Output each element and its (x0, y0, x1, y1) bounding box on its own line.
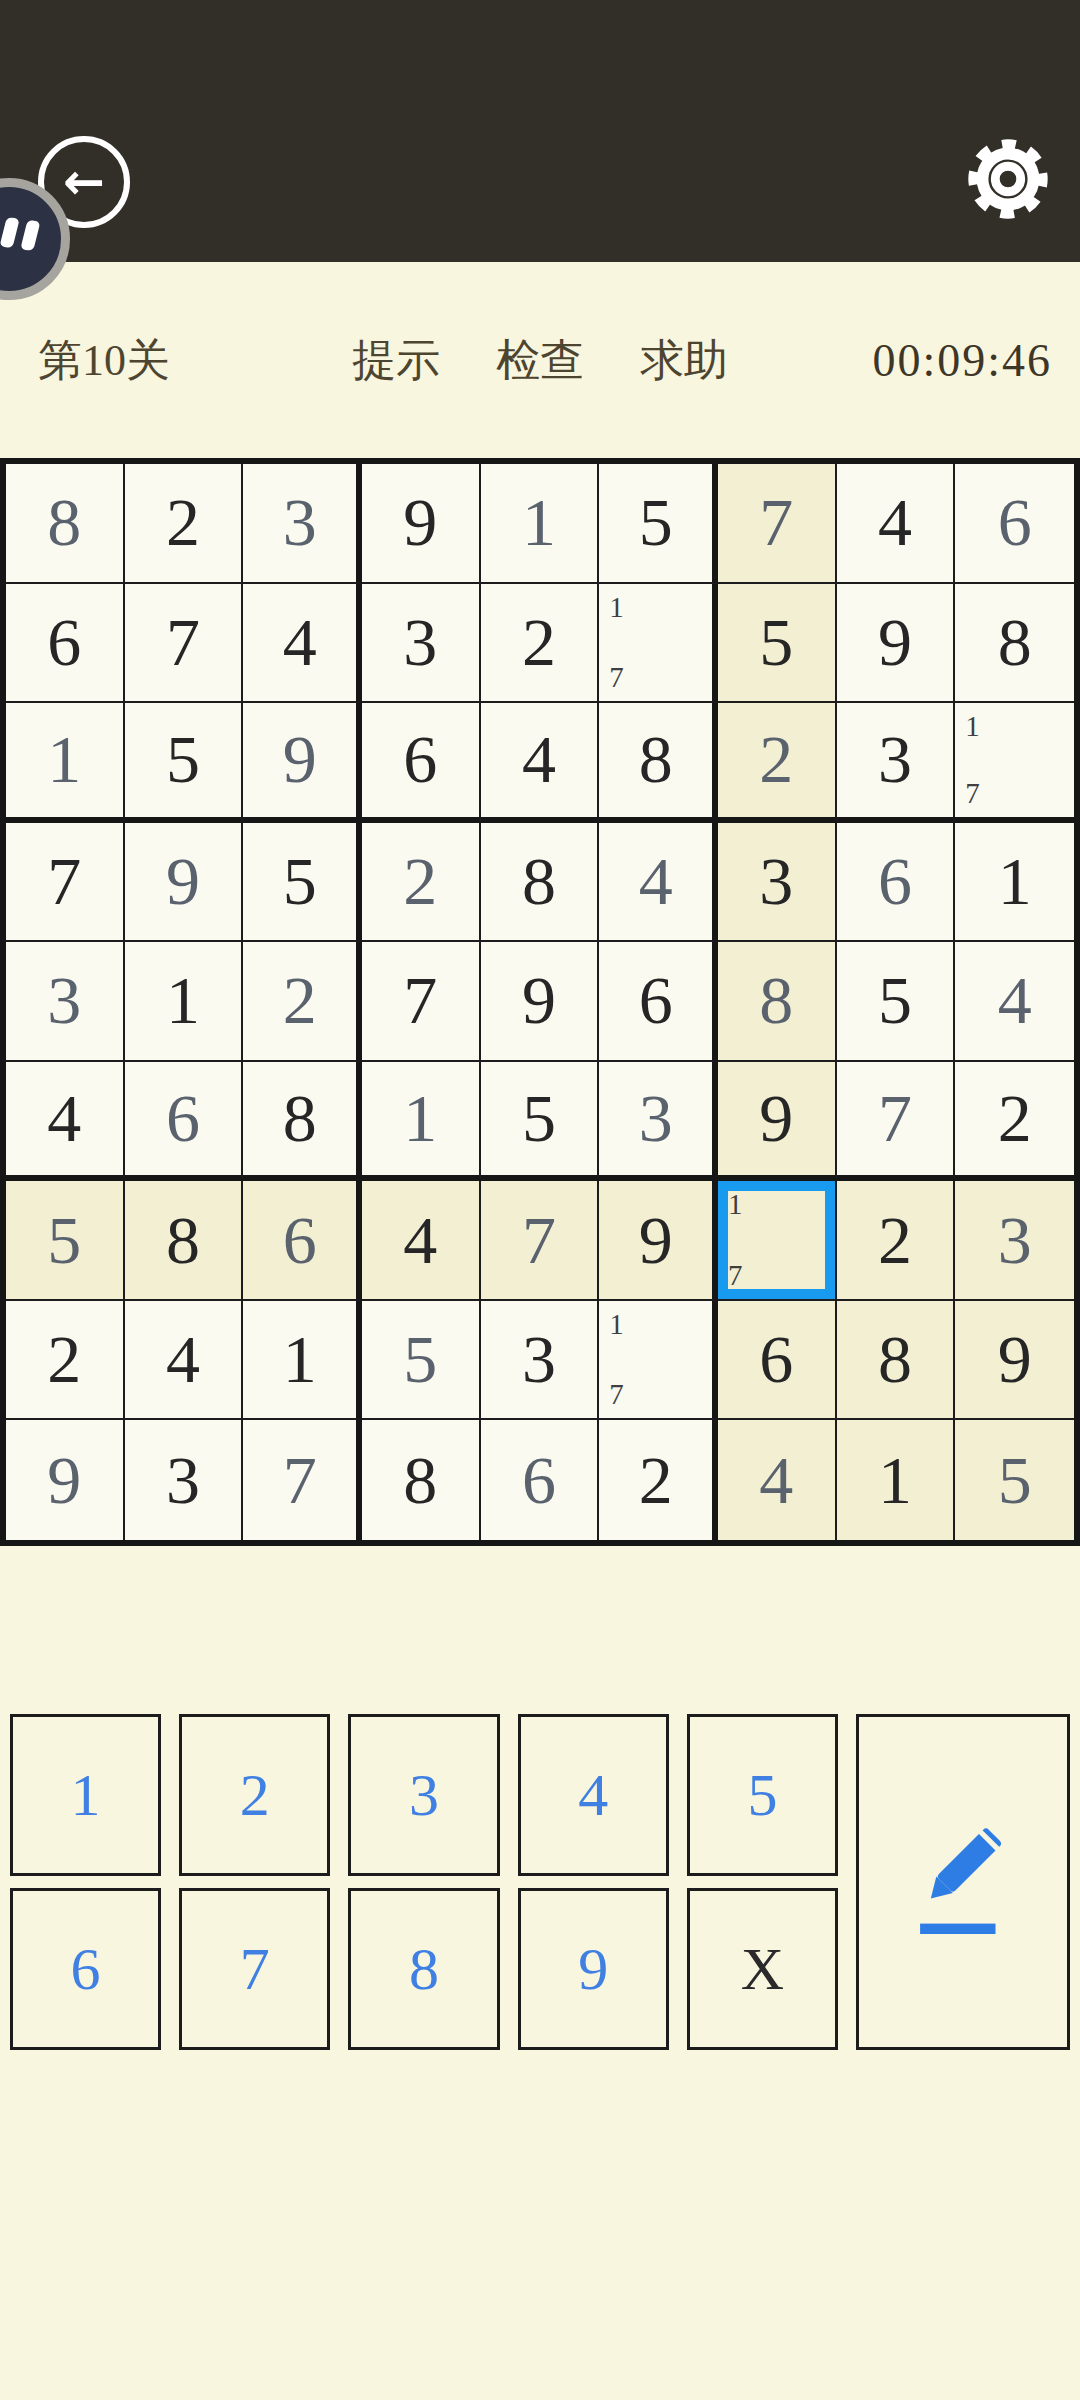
cell-r1c1[interactable]: 8 (6, 464, 125, 584)
cell-r1c6[interactable]: 5 (599, 464, 718, 584)
numpad-key-2[interactable]: 2 (179, 1714, 330, 1876)
settings-gear-icon[interactable] (959, 130, 1057, 228)
cell-r8c9[interactable]: 9 (955, 1301, 1074, 1421)
cell-r2c2[interactable]: 7 (125, 584, 244, 704)
cell-r9c3[interactable]: 7 (243, 1420, 362, 1540)
pencil-marks: 17 (605, 590, 706, 696)
cell-r9c5[interactable]: 6 (481, 1420, 600, 1540)
cell-r7c9[interactable]: 3 (955, 1181, 1074, 1301)
numpad-key-5[interactable]: 5 (687, 1714, 838, 1876)
cell-r3c5[interactable]: 4 (481, 703, 600, 823)
app-bar: ← (0, 0, 1080, 262)
number-pad: 123456789X (0, 1714, 1080, 2050)
cell-r1c5[interactable]: 1 (481, 464, 600, 584)
cell-r5c8[interactable]: 5 (837, 942, 956, 1062)
pencil-marks: 17 (961, 709, 1068, 811)
cell-r5c1[interactable]: 3 (6, 942, 125, 1062)
check-button[interactable]: 检查 (496, 331, 584, 390)
cell-r4c1[interactable]: 7 (6, 823, 125, 943)
cell-r9c7[interactable]: 4 (718, 1420, 837, 1540)
hint-button[interactable]: 提示 (352, 331, 440, 390)
cell-r7c3[interactable]: 6 (243, 1181, 362, 1301)
cell-r5c6[interactable]: 6 (599, 942, 718, 1062)
toolbar: 第10关 提示 检查 求助 00:09:46 (0, 262, 1080, 458)
cell-r3c9[interactable]: 17 (955, 703, 1074, 823)
cell-r9c8[interactable]: 1 (837, 1420, 956, 1540)
cell-r6c4[interactable]: 1 (362, 1062, 481, 1182)
cell-r1c7[interactable]: 7 (718, 464, 837, 584)
number-keys: 123456789X (10, 1714, 838, 2050)
cell-r7c4[interactable]: 4 (362, 1181, 481, 1301)
cell-r4c3[interactable]: 5 (243, 823, 362, 943)
cell-r4c8[interactable]: 6 (837, 823, 956, 943)
numpad-key-6[interactable]: 6 (10, 1888, 161, 2050)
cell-r2c9[interactable]: 8 (955, 584, 1074, 704)
erase-key[interactable]: X (687, 1888, 838, 2050)
cell-r6c6[interactable]: 3 (599, 1062, 718, 1182)
timer: 00:09:46 (872, 334, 1052, 387)
back-arrow-icon: ← (63, 157, 105, 207)
cell-r8c7[interactable]: 6 (718, 1301, 837, 1421)
cell-r4c2[interactable]: 9 (125, 823, 244, 943)
cell-r4c7[interactable]: 3 (718, 823, 837, 943)
cell-r3c2[interactable]: 5 (125, 703, 244, 823)
cell-r6c7[interactable]: 9 (718, 1062, 837, 1182)
cell-r1c4[interactable]: 9 (362, 464, 481, 584)
cell-r2c4[interactable]: 3 (362, 584, 481, 704)
cell-r1c2[interactable]: 2 (125, 464, 244, 584)
cell-r8c5[interactable]: 3 (481, 1301, 600, 1421)
numpad-key-7[interactable]: 7 (179, 1888, 330, 2050)
cell-r7c2[interactable]: 8 (125, 1181, 244, 1301)
cell-r3c8[interactable]: 3 (837, 703, 956, 823)
cell-r7c5[interactable]: 7 (481, 1181, 600, 1301)
sudoku-board: 8239157466743217598159648231779528436131… (0, 458, 1080, 1546)
cell-r4c9[interactable]: 1 (955, 823, 1074, 943)
numpad-key-4[interactable]: 4 (518, 1714, 669, 1876)
cell-r3c4[interactable]: 6 (362, 703, 481, 823)
cell-r2c8[interactable]: 9 (837, 584, 956, 704)
pencil-marks: 17 (724, 1187, 829, 1293)
cell-r4c6[interactable]: 4 (599, 823, 718, 943)
cell-r5c5[interactable]: 9 (481, 942, 600, 1062)
cell-r5c3[interactable]: 2 (243, 942, 362, 1062)
cell-r6c3[interactable]: 8 (243, 1062, 362, 1182)
cell-r5c2[interactable]: 1 (125, 942, 244, 1062)
cell-r3c3[interactable]: 9 (243, 703, 362, 823)
numpad-key-9[interactable]: 9 (518, 1888, 669, 2050)
cell-r3c6[interactable]: 8 (599, 703, 718, 823)
cell-r6c2[interactable]: 6 (125, 1062, 244, 1182)
cell-r4c4[interactable]: 2 (362, 823, 481, 943)
cell-r8c3[interactable]: 1 (243, 1301, 362, 1421)
cell-r1c8[interactable]: 4 (837, 464, 956, 584)
cell-r8c1[interactable]: 2 (6, 1301, 125, 1421)
cell-r9c2[interactable]: 3 (125, 1420, 244, 1540)
cell-r9c4[interactable]: 8 (362, 1420, 481, 1540)
cell-r6c5[interactable]: 5 (481, 1062, 600, 1182)
cell-r8c6[interactable]: 17 (599, 1301, 718, 1421)
toolbar-actions: 提示 检查 求助 (352, 331, 728, 390)
cell-r4c5[interactable]: 8 (481, 823, 600, 943)
cell-r9c6[interactable]: 2 (599, 1420, 718, 1540)
cell-r2c7[interactable]: 5 (718, 584, 837, 704)
cell-r3c1[interactable]: 1 (6, 703, 125, 823)
cell-r7c6[interactable]: 9 (599, 1181, 718, 1301)
cell-r3c7[interactable]: 2 (718, 703, 837, 823)
cell-r8c4[interactable]: 5 (362, 1301, 481, 1421)
cell-r1c9[interactable]: 6 (955, 464, 1074, 584)
pencil-icon (898, 1817, 1028, 1947)
cell-r2c6[interactable]: 17 (599, 584, 718, 704)
cell-r8c2[interactable]: 4 (125, 1301, 244, 1421)
help-button[interactable]: 求助 (640, 331, 728, 390)
cell-r5c9[interactable]: 4 (955, 942, 1074, 1062)
cell-r2c3[interactable]: 4 (243, 584, 362, 704)
numpad-key-3[interactable]: 3 (348, 1714, 499, 1876)
cell-r9c1[interactable]: 9 (6, 1420, 125, 1540)
pencil-mode-button[interactable] (856, 1714, 1070, 2050)
cell-r7c1[interactable]: 5 (6, 1181, 125, 1301)
pencil-marks: 17 (605, 1307, 706, 1413)
numpad-key-8[interactable]: 8 (348, 1888, 499, 2050)
cell-r6c8[interactable]: 7 (837, 1062, 956, 1182)
cell-r8c8[interactable]: 8 (837, 1301, 956, 1421)
sudoku-app-screen: ← 第10关 提示 检查 求助 00:09:46 823915746674321… (0, 0, 1080, 2400)
cell-r5c4[interactable]: 7 (362, 942, 481, 1062)
cell-r7c8[interactable]: 2 (837, 1181, 956, 1301)
numpad-key-1[interactable]: 1 (10, 1714, 161, 1876)
cell-r5c7[interactable]: 8 (718, 942, 837, 1062)
cell-r2c1[interactable]: 6 (6, 584, 125, 704)
cell-r6c9[interactable]: 2 (955, 1062, 1074, 1182)
cell-r1c3[interactable]: 3 (243, 464, 362, 584)
cell-r6c1[interactable]: 4 (6, 1062, 125, 1182)
level-label: 第10关 (38, 331, 170, 390)
cell-r9c9[interactable]: 5 (955, 1420, 1074, 1540)
cell-r7c7[interactable]: 17 (718, 1181, 837, 1301)
cell-r2c5[interactable]: 2 (481, 584, 600, 704)
pause-bars-icon (0, 217, 40, 251)
